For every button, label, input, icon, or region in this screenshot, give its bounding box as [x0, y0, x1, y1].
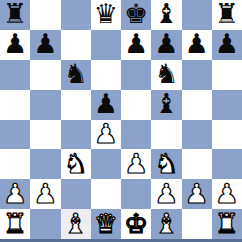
square-c3[interactable]: ♞ — [61, 149, 91, 179]
square-g3[interactable] — [182, 149, 212, 179]
square-b6[interactable] — [30, 60, 60, 90]
square-c7[interactable] — [61, 30, 91, 60]
square-c5[interactable] — [61, 90, 91, 120]
piece-black-rook[interactable]: ♜ — [3, 0, 27, 27]
square-d5[interactable]: ♟ — [91, 90, 121, 120]
piece-black-bishop[interactable]: ♝ — [154, 90, 178, 117]
square-d6[interactable] — [91, 60, 121, 90]
square-e1[interactable]: ♚ — [121, 209, 151, 239]
square-h8[interactable]: ♜ — [212, 0, 242, 30]
square-c4[interactable] — [61, 120, 91, 150]
square-b1[interactable] — [30, 209, 60, 239]
square-e8[interactable]: ♚ — [121, 0, 151, 30]
square-d7[interactable] — [91, 30, 121, 60]
piece-white-pawn[interactable]: ♟ — [124, 150, 148, 177]
square-a1[interactable]: ♜ — [0, 209, 30, 239]
piece-black-rook[interactable]: ♜ — [215, 0, 239, 27]
piece-white-knight[interactable]: ♞ — [154, 150, 178, 177]
square-b5[interactable] — [30, 90, 60, 120]
square-h6[interactable] — [212, 60, 242, 90]
square-f7[interactable]: ♟ — [151, 30, 181, 60]
square-b8[interactable] — [30, 0, 60, 30]
piece-black-knight[interactable]: ♞ — [64, 60, 88, 87]
square-a5[interactable] — [0, 90, 30, 120]
chess-board: ♜♛♚♝♜♟♟♟♟♟♟♞♞♟♝♟♞♟♞♟♟♟♟♟♜♝♛♚♝♜ — [0, 0, 242, 242]
square-h7[interactable]: ♟ — [212, 30, 242, 60]
square-a4[interactable] — [0, 120, 30, 150]
piece-black-queen[interactable]: ♛ — [94, 0, 118, 27]
square-e6[interactable] — [121, 60, 151, 90]
piece-black-bishop[interactable]: ♝ — [154, 0, 178, 27]
square-g4[interactable] — [182, 120, 212, 150]
square-c6[interactable]: ♞ — [61, 60, 91, 90]
piece-white-pawn[interactable]: ♟ — [215, 180, 239, 207]
square-b4[interactable] — [30, 120, 60, 150]
piece-black-pawn[interactable]: ♟ — [33, 30, 57, 57]
square-f3[interactable]: ♞ — [151, 149, 181, 179]
piece-white-knight[interactable]: ♞ — [64, 150, 88, 177]
square-a8[interactable]: ♜ — [0, 0, 30, 30]
square-f4[interactable] — [151, 120, 181, 150]
piece-white-rook[interactable]: ♜ — [3, 210, 27, 237]
piece-white-pawn[interactable]: ♟ — [94, 120, 118, 147]
square-f2[interactable]: ♟ — [151, 179, 181, 209]
square-b3[interactable] — [30, 149, 60, 179]
square-f1[interactable]: ♝ — [151, 209, 181, 239]
square-g5[interactable] — [182, 90, 212, 120]
piece-black-king[interactable]: ♚ — [124, 0, 148, 27]
piece-white-pawn[interactable]: ♟ — [185, 180, 209, 207]
square-e7[interactable]: ♟ — [121, 30, 151, 60]
piece-black-knight[interactable]: ♞ — [154, 60, 178, 87]
square-a2[interactable]: ♟ — [0, 179, 30, 209]
square-d2[interactable] — [91, 179, 121, 209]
piece-white-king[interactable]: ♚ — [124, 210, 148, 237]
square-c2[interactable] — [61, 179, 91, 209]
square-h3[interactable] — [212, 149, 242, 179]
piece-white-queen[interactable]: ♛ — [94, 210, 118, 237]
square-e2[interactable] — [121, 179, 151, 209]
square-b2[interactable]: ♟ — [30, 179, 60, 209]
square-h2[interactable]: ♟ — [212, 179, 242, 209]
square-g6[interactable] — [182, 60, 212, 90]
piece-white-pawn[interactable]: ♟ — [3, 180, 27, 207]
square-d8[interactable]: ♛ — [91, 0, 121, 30]
square-a3[interactable] — [0, 149, 30, 179]
square-g2[interactable]: ♟ — [182, 179, 212, 209]
square-a6[interactable] — [0, 60, 30, 90]
piece-white-bishop[interactable]: ♝ — [64, 210, 88, 237]
piece-black-pawn[interactable]: ♟ — [215, 30, 239, 57]
square-a7[interactable]: ♟ — [0, 30, 30, 60]
square-h5[interactable] — [212, 90, 242, 120]
piece-white-rook[interactable]: ♜ — [215, 210, 239, 237]
piece-black-pawn[interactable]: ♟ — [94, 90, 118, 117]
square-e3[interactable]: ♟ — [121, 149, 151, 179]
square-g1[interactable] — [182, 209, 212, 239]
square-g8[interactable] — [182, 0, 212, 30]
square-h4[interactable] — [212, 120, 242, 150]
piece-black-pawn[interactable]: ♟ — [124, 30, 148, 57]
piece-black-pawn[interactable]: ♟ — [3, 30, 27, 57]
square-d1[interactable]: ♛ — [91, 209, 121, 239]
square-h1[interactable]: ♜ — [212, 209, 242, 239]
square-c8[interactable] — [61, 0, 91, 30]
square-f5[interactable]: ♝ — [151, 90, 181, 120]
piece-white-pawn[interactable]: ♟ — [33, 180, 57, 207]
square-d4[interactable]: ♟ — [91, 120, 121, 150]
piece-black-pawn[interactable]: ♟ — [154, 30, 178, 57]
square-e4[interactable] — [121, 120, 151, 150]
piece-white-pawn[interactable]: ♟ — [154, 180, 178, 207]
square-e5[interactable] — [121, 90, 151, 120]
square-f8[interactable]: ♝ — [151, 0, 181, 30]
piece-black-pawn[interactable]: ♟ — [185, 30, 209, 57]
square-c1[interactable]: ♝ — [61, 209, 91, 239]
square-d3[interactable] — [91, 149, 121, 179]
square-g7[interactable]: ♟ — [182, 30, 212, 60]
square-f6[interactable]: ♞ — [151, 60, 181, 90]
square-b7[interactable]: ♟ — [30, 30, 60, 60]
piece-white-bishop[interactable]: ♝ — [154, 210, 178, 237]
